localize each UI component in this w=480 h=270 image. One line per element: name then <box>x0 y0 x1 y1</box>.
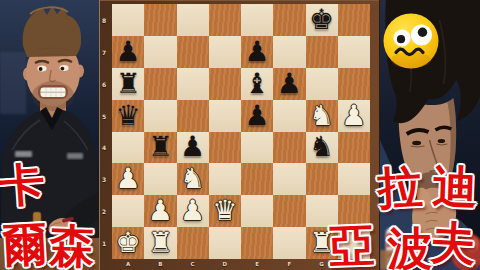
square-e1 <box>241 227 273 259</box>
square-d4 <box>209 132 241 164</box>
square-c1 <box>177 227 209 259</box>
carlsen-photo-illustration <box>0 0 100 270</box>
square-a3: ♟ <box>112 163 144 195</box>
piece-black-rook: ♜ <box>148 133 173 161</box>
square-f8 <box>273 4 305 36</box>
shirt-logo <box>15 151 32 157</box>
square-g1: ♜ <box>306 227 338 259</box>
square-f7 <box>273 36 305 68</box>
square-h1 <box>338 227 370 259</box>
file-label-g: G <box>319 261 324 267</box>
rank-label-2: 2 <box>102 208 106 215</box>
square-g8: ♚ <box>306 4 338 36</box>
square-b3 <box>144 163 176 195</box>
square-e5: ♟ <box>241 100 273 132</box>
rank-label-1: 1 <box>102 240 106 247</box>
square-g2 <box>306 195 338 227</box>
square-e4 <box>241 132 273 164</box>
shirt-logo <box>67 153 83 159</box>
chess-piece-in-hand <box>33 212 41 230</box>
chess-board: ♚♟♟♜♝♟♛♟♞♟♜♟♞♟♞♟♟♛♚♜♜ <box>112 4 370 259</box>
square-a7: ♟ <box>112 36 144 68</box>
square-b7 <box>144 36 176 68</box>
square-h5: ♟ <box>338 100 370 132</box>
file-label-f: F <box>287 261 291 267</box>
square-h2 <box>338 195 370 227</box>
square-b1: ♜ <box>144 227 176 259</box>
square-a5: ♛ <box>112 100 144 132</box>
piece-black-king: ♚ <box>309 6 334 34</box>
piece-white-knight: ♞ <box>309 102 334 130</box>
square-c2: ♟ <box>177 195 209 227</box>
chess-board-frame: ♚♟♟♜♝♟♛♟♞♟♜♟♞♟♞♟♟♛♚♜♜ 87654321ABCDEFGH <box>99 0 380 270</box>
file-label-b: B <box>158 261 162 267</box>
rank-label-8: 8 <box>102 16 106 23</box>
square-b4: ♜ <box>144 132 176 164</box>
square-c4: ♟ <box>177 132 209 164</box>
piece-black-pawn: ♟ <box>245 38 270 66</box>
square-b2: ♟ <box>144 195 176 227</box>
square-c3: ♞ <box>177 163 209 195</box>
square-d1 <box>209 227 241 259</box>
square-f4 <box>273 132 305 164</box>
square-f6: ♟ <box>273 68 305 100</box>
piece-white-rook: ♜ <box>309 229 334 257</box>
file-label-d: D <box>222 261 227 267</box>
square-b6 <box>144 68 176 100</box>
rank-label-5: 5 <box>102 112 106 119</box>
piece-black-knight: ♞ <box>309 133 334 161</box>
square-h6 <box>338 68 370 100</box>
square-a2 <box>112 195 144 227</box>
square-a4 <box>112 132 144 164</box>
photo-player-left <box>0 0 100 270</box>
square-d5 <box>209 100 241 132</box>
square-g5: ♞ <box>306 100 338 132</box>
square-c7 <box>177 36 209 68</box>
square-g4: ♞ <box>306 132 338 164</box>
square-d7 <box>209 36 241 68</box>
square-g6 <box>306 68 338 100</box>
piece-white-king: ♚ <box>116 229 141 257</box>
square-h4 <box>338 132 370 164</box>
square-b8 <box>144 4 176 36</box>
piece-black-pawn: ♟ <box>180 133 205 161</box>
square-e2 <box>241 195 273 227</box>
square-d8 <box>209 4 241 36</box>
piece-white-pawn: ♟ <box>148 197 173 225</box>
square-d6 <box>209 68 241 100</box>
piece-white-knight: ♞ <box>180 165 205 193</box>
square-h7 <box>338 36 370 68</box>
square-a6: ♜ <box>112 68 144 100</box>
thumbnail: ♚♟♟♜♝♟♛♟♞♟♜♟♞♟♞♟♟♛♚♜♜ 87654321ABCDEFGH 卡… <box>0 0 480 270</box>
square-b5 <box>144 100 176 132</box>
file-label-h: H <box>351 261 356 267</box>
square-g7 <box>306 36 338 68</box>
square-f2 <box>273 195 305 227</box>
piece-white-pawn: ♟ <box>180 197 205 225</box>
file-label-c: C <box>191 261 195 267</box>
square-a8 <box>112 4 144 36</box>
square-e6: ♝ <box>241 68 273 100</box>
square-f3 <box>273 163 305 195</box>
piece-white-pawn: ♟ <box>341 102 366 130</box>
file-label-e: E <box>255 261 259 267</box>
file-label-a: A <box>126 261 130 267</box>
piece-black-queen: ♛ <box>116 102 141 130</box>
piece-black-pawn: ♟ <box>245 102 270 130</box>
rank-label-3: 3 <box>102 176 106 183</box>
piece-black-pawn: ♟ <box>277 70 302 98</box>
square-c6 <box>177 68 209 100</box>
rank-label-6: 6 <box>102 80 106 87</box>
rank-label-7: 7 <box>102 48 106 55</box>
piece-white-pawn: ♟ <box>116 165 141 193</box>
square-h8 <box>338 4 370 36</box>
square-e7: ♟ <box>241 36 273 68</box>
square-c8 <box>177 4 209 36</box>
piece-white-rook: ♜ <box>148 229 173 257</box>
piece-black-bishop: ♝ <box>245 70 270 98</box>
piece-black-rook: ♜ <box>116 70 141 98</box>
woozy-face-emoji <box>383 13 439 69</box>
square-f5 <box>273 100 305 132</box>
rank-label-4: 4 <box>102 144 106 151</box>
square-f1 <box>273 227 305 259</box>
piece-black-pawn: ♟ <box>116 38 141 66</box>
square-d3 <box>209 163 241 195</box>
square-d2: ♛ <box>209 195 241 227</box>
grimace-mouth <box>38 85 68 99</box>
square-c5 <box>177 100 209 132</box>
square-e3 <box>241 163 273 195</box>
piece-white-queen: ♛ <box>212 197 237 225</box>
square-e8 <box>241 4 273 36</box>
square-g3 <box>306 163 338 195</box>
square-h3 <box>338 163 370 195</box>
square-a1: ♚ <box>112 227 144 259</box>
